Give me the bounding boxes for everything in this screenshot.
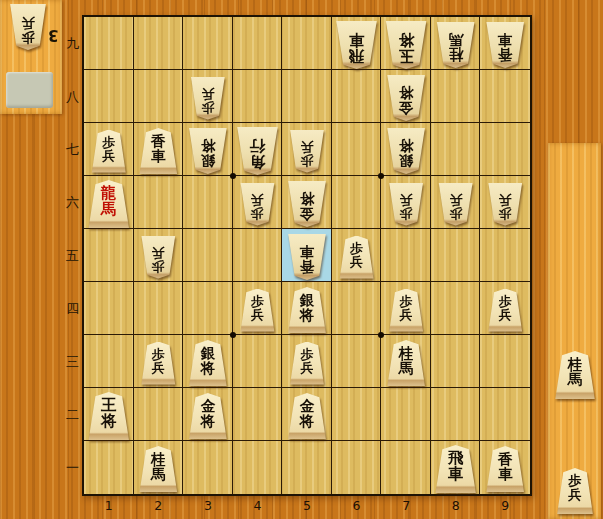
piece-silver[interactable]: 銀将: [188, 340, 228, 386]
piece-kanji: 桂馬: [436, 22, 476, 68]
board-square[interactable]: [134, 388, 184, 441]
piece-pawn[interactable]: 歩兵: [91, 130, 127, 173]
board-square[interactable]: [381, 388, 431, 441]
board-square[interactable]: [332, 441, 382, 494]
file-label: 9: [481, 495, 531, 516]
board-square[interactable]: [332, 123, 382, 176]
piece-king[interactable]: 王将: [87, 392, 130, 440]
piece-kanji: 歩兵: [239, 289, 275, 332]
rank-label: 七: [62, 123, 83, 176]
komadai-top-player[interactable]: 歩兵3: [0, 0, 62, 114]
board-square[interactable]: [84, 229, 134, 282]
piece-pawn[interactable]: 歩兵: [289, 342, 325, 385]
captured-count: 3: [48, 26, 58, 44]
board-square[interactable]: [480, 123, 530, 176]
piece-pawn[interactable]: 歩兵: [140, 236, 176, 279]
board-square[interactable]: [183, 176, 233, 229]
piece-pawn[interactable]: 歩兵: [9, 4, 47, 50]
board-square[interactable]: [381, 229, 431, 282]
piece-kanji: 歩兵: [239, 183, 275, 226]
piece-kanji: 歩兵: [556, 468, 594, 514]
rank-label: 八: [62, 70, 83, 123]
piece-kanji: 金将: [287, 181, 327, 227]
board-square[interactable]: [84, 17, 134, 70]
piece-horse[interactable]: 龍馬: [87, 180, 130, 228]
board-square[interactable]: [233, 229, 283, 282]
file-label: 5: [282, 495, 332, 516]
piece-pawn[interactable]: 歩兵: [487, 289, 523, 332]
piece-pawn[interactable]: 歩兵: [438, 183, 474, 226]
file-label: 3: [183, 495, 233, 516]
piece-kanji: 龍馬: [87, 180, 130, 228]
board-square[interactable]: [381, 441, 431, 494]
board-square[interactable]: [233, 388, 283, 441]
piece-kanji: 桂馬: [138, 446, 178, 492]
piece-lance[interactable]: 香車: [485, 22, 525, 68]
board-square[interactable]: [233, 17, 283, 70]
piece-kanji: 金将: [188, 393, 228, 439]
piece-knight[interactable]: 桂馬: [386, 340, 426, 386]
rank-label: 三: [62, 335, 83, 388]
piece-kanji: 歩兵: [388, 183, 424, 226]
piece-silver[interactable]: 銀将: [188, 128, 228, 174]
board-square[interactable]: [183, 229, 233, 282]
rank-label: 一: [62, 441, 83, 494]
file-label: 7: [381, 495, 431, 516]
rank-label: 五: [62, 229, 83, 282]
file-label: 4: [233, 495, 283, 516]
piece-pawn[interactable]: 歩兵: [388, 183, 424, 226]
board-square[interactable]: [282, 441, 332, 494]
piece-gold[interactable]: 金将: [287, 393, 327, 439]
piece-kanji: 歩兵: [388, 289, 424, 332]
piece-kanji: 歩兵: [339, 236, 375, 279]
piece-gold[interactable]: 金将: [287, 181, 327, 227]
board-square[interactable]: [183, 17, 233, 70]
piece-lance[interactable]: 香車: [485, 446, 525, 492]
piece-kanji: 歩兵: [140, 236, 176, 279]
hoshi-dot: [230, 332, 236, 338]
piece-kanji: 銀将: [188, 128, 228, 174]
komadai-empty-slot: [6, 72, 53, 108]
piece-kanji: 歩兵: [91, 130, 127, 173]
piece-kanji: 香車: [138, 128, 178, 174]
piece-kanji: 歩兵: [289, 130, 325, 173]
shogi-board: 香車桂馬玉将飛車金将歩兵銀将歩兵角行銀将香車歩兵歩兵歩兵歩兵金将歩兵龍馬香車歩兵…: [82, 15, 532, 496]
file-labels: 123456789: [84, 495, 530, 516]
board-square[interactable]: [183, 441, 233, 494]
piece-pawn[interactable]: 歩兵: [556, 468, 594, 514]
board-square[interactable]: [431, 335, 481, 388]
piece-pawn[interactable]: 歩兵: [339, 236, 375, 279]
board-square[interactable]: [480, 70, 530, 123]
board-square[interactable]: [282, 17, 332, 70]
piece-kanji: 歩兵: [438, 183, 474, 226]
piece-rook[interactable]: 飛車: [434, 445, 477, 493]
piece-bishop[interactable]: 角行: [236, 127, 279, 175]
board-square[interactable]: [134, 176, 184, 229]
file-label: 2: [134, 495, 184, 516]
komadai-bottom-player[interactable]: 桂馬歩兵: [548, 143, 601, 519]
piece-gold[interactable]: 金将: [188, 393, 228, 439]
board-square[interactable]: [480, 388, 530, 441]
board-square[interactable]: [84, 70, 134, 123]
piece-king[interactable]: 玉将: [385, 21, 428, 69]
board-square[interactable]: [480, 335, 530, 388]
board-square[interactable]: [480, 229, 530, 282]
board-square[interactable]: [84, 335, 134, 388]
board-square[interactable]: [233, 441, 283, 494]
piece-kanji: 桂馬: [386, 340, 426, 386]
piece-pawn[interactable]: 歩兵: [289, 130, 325, 173]
piece-kanji: 歩兵: [140, 342, 176, 385]
board-square[interactable]: [431, 282, 481, 335]
piece-kanji: 歩兵: [487, 183, 523, 226]
piece-pawn[interactable]: 歩兵: [140, 342, 176, 385]
piece-pawn[interactable]: 歩兵: [487, 183, 523, 226]
piece-kanji: 玉将: [385, 21, 428, 69]
piece-kanji: 王将: [87, 392, 130, 440]
piece-rook[interactable]: 飛車: [335, 21, 378, 69]
piece-kanji: 飛車: [434, 445, 477, 493]
file-label: 8: [431, 495, 481, 516]
piece-silver[interactable]: 銀将: [287, 287, 327, 333]
board-square[interactable]: [233, 335, 283, 388]
board-square[interactable]: [431, 123, 481, 176]
hoshi-dot: [378, 332, 384, 338]
board-square[interactable]: [431, 229, 481, 282]
board-square[interactable]: [431, 388, 481, 441]
board-square[interactable]: [332, 70, 382, 123]
board-square[interactable]: [134, 282, 184, 335]
piece-kanji: 桂馬: [554, 351, 596, 399]
hoshi-dot: [230, 173, 236, 179]
board-square[interactable]: [431, 70, 481, 123]
piece-pawn[interactable]: 歩兵: [239, 183, 275, 226]
board-square[interactable]: [84, 441, 134, 494]
piece-kanji: 銀将: [386, 128, 426, 174]
piece-kanji: 銀将: [287, 287, 327, 333]
board-square[interactable]: [332, 335, 382, 388]
piece-knight[interactable]: 桂馬: [436, 22, 476, 68]
piece-kanji: 歩兵: [9, 4, 47, 50]
piece-kanji: 香車: [485, 446, 525, 492]
piece-kanji: 銀将: [188, 340, 228, 386]
piece-kanji: 角行: [236, 127, 279, 175]
piece-pawn[interactable]: 歩兵: [190, 77, 226, 120]
board-square[interactable]: [183, 282, 233, 335]
piece-knight[interactable]: 桂馬: [554, 351, 596, 399]
piece-kanji: 歩兵: [289, 342, 325, 385]
piece-kanji: 歩兵: [487, 289, 523, 332]
rank-label: 六: [62, 176, 83, 229]
board-square[interactable]: [332, 282, 382, 335]
board-square[interactable]: [332, 388, 382, 441]
piece-pawn[interactable]: 歩兵: [388, 289, 424, 332]
board-square[interactable]: [134, 70, 184, 123]
piece-lance[interactable]: 香車: [287, 234, 327, 280]
rank-label: 四: [62, 282, 83, 335]
piece-kanji: 香車: [485, 22, 525, 68]
piece-kanji: 香車: [287, 234, 327, 280]
piece-silver[interactable]: 銀将: [386, 128, 426, 174]
board-square[interactable]: [282, 70, 332, 123]
piece-lance[interactable]: 香車: [138, 128, 178, 174]
piece-gold[interactable]: 金将: [386, 75, 426, 121]
board-square[interactable]: [84, 282, 134, 335]
piece-pawn[interactable]: 歩兵: [239, 289, 275, 332]
rank-label: 九: [62, 17, 83, 70]
hoshi-dot: [378, 173, 384, 179]
piece-kanji: 飛車: [335, 21, 378, 69]
piece-knight[interactable]: 桂馬: [138, 446, 178, 492]
board-square[interactable]: [332, 176, 382, 229]
rank-label: 二: [62, 388, 83, 441]
board-square[interactable]: [233, 70, 283, 123]
file-label: 6: [332, 495, 382, 516]
board-square[interactable]: [134, 17, 184, 70]
piece-kanji: 金将: [287, 393, 327, 439]
piece-kanji: 歩兵: [190, 77, 226, 120]
file-label: 1: [84, 495, 134, 516]
rank-labels: 九八七六五四三二一: [62, 17, 83, 494]
piece-kanji: 金将: [386, 75, 426, 121]
